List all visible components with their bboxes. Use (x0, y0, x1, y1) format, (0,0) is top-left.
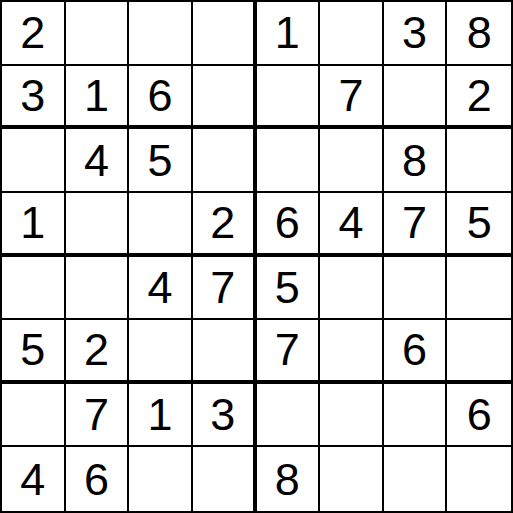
cell-r8c8[interactable] (447, 447, 511, 511)
cell-r6c4[interactable] (193, 320, 257, 384)
cell-r4c2[interactable] (66, 193, 130, 257)
cell-r7c7[interactable] (384, 384, 448, 448)
cell-r7c4[interactable]: 3 (193, 384, 257, 448)
cell-r4c1[interactable]: 1 (2, 193, 66, 257)
cell-r6c3[interactable] (129, 320, 193, 384)
cell-r4c5[interactable]: 6 (257, 193, 321, 257)
cell-r1c7[interactable]: 3 (384, 2, 448, 66)
cell-r5c3[interactable]: 4 (129, 257, 193, 321)
cell-r5c2[interactable] (66, 257, 130, 321)
cell-r6c6[interactable] (320, 320, 384, 384)
cell-r3c7[interactable]: 8 (384, 129, 448, 193)
cell-r3c2[interactable]: 4 (66, 129, 130, 193)
cell-r1c4[interactable] (193, 2, 257, 66)
cell-r1c1[interactable]: 2 (2, 2, 66, 66)
cell-r1c8[interactable]: 8 (447, 2, 511, 66)
cell-r6c8[interactable] (447, 320, 511, 384)
cell-r1c6[interactable] (320, 2, 384, 66)
cell-r1c3[interactable] (129, 2, 193, 66)
cell-r7c3[interactable]: 1 (129, 384, 193, 448)
sudoku-board: 21383167245812647547552767136468 (0, 0, 513, 513)
cell-r8c2[interactable]: 6 (66, 447, 130, 511)
cell-r8c6[interactable] (320, 447, 384, 511)
cell-r2c8[interactable]: 2 (447, 66, 511, 130)
cell-r8c7[interactable] (384, 447, 448, 511)
cell-r5c6[interactable] (320, 257, 384, 321)
cell-r7c2[interactable]: 7 (66, 384, 130, 448)
cell-r4c6[interactable]: 4 (320, 193, 384, 257)
cell-r3c5[interactable] (257, 129, 321, 193)
cell-r2c1[interactable]: 3 (2, 66, 66, 130)
cell-r4c4[interactable]: 2 (193, 193, 257, 257)
cell-r8c1[interactable]: 4 (2, 447, 66, 511)
cell-r4c3[interactable] (129, 193, 193, 257)
cell-r4c7[interactable]: 7 (384, 193, 448, 257)
cell-r2c2[interactable]: 1 (66, 66, 130, 130)
cell-r1c2[interactable] (66, 2, 130, 66)
cell-r6c1[interactable]: 5 (2, 320, 66, 384)
cell-r6c7[interactable]: 6 (384, 320, 448, 384)
cell-r2c3[interactable]: 6 (129, 66, 193, 130)
cell-r6c5[interactable]: 7 (257, 320, 321, 384)
cell-r8c3[interactable] (129, 447, 193, 511)
cell-r2c5[interactable] (257, 66, 321, 130)
cell-r4c8[interactable]: 5 (447, 193, 511, 257)
cell-r5c5[interactable]: 5 (257, 257, 321, 321)
cell-r7c6[interactable] (320, 384, 384, 448)
cell-r3c8[interactable] (447, 129, 511, 193)
cell-r3c6[interactable] (320, 129, 384, 193)
cell-r3c4[interactable] (193, 129, 257, 193)
cell-r6c2[interactable]: 2 (66, 320, 130, 384)
cell-r5c7[interactable] (384, 257, 448, 321)
cell-r8c4[interactable] (193, 447, 257, 511)
cell-r5c4[interactable]: 7 (193, 257, 257, 321)
cell-r3c1[interactable] (2, 129, 66, 193)
cell-r1c5[interactable]: 1 (257, 2, 321, 66)
cell-r7c8[interactable]: 6 (447, 384, 511, 448)
cell-r8c5[interactable]: 8 (257, 447, 321, 511)
cell-r7c5[interactable] (257, 384, 321, 448)
cell-r5c1[interactable] (2, 257, 66, 321)
cell-r2c4[interactable] (193, 66, 257, 130)
cell-r7c1[interactable] (2, 384, 66, 448)
cell-r2c7[interactable] (384, 66, 448, 130)
cell-r3c3[interactable]: 5 (129, 129, 193, 193)
cell-r5c8[interactable] (447, 257, 511, 321)
cell-r2c6[interactable]: 7 (320, 66, 384, 130)
